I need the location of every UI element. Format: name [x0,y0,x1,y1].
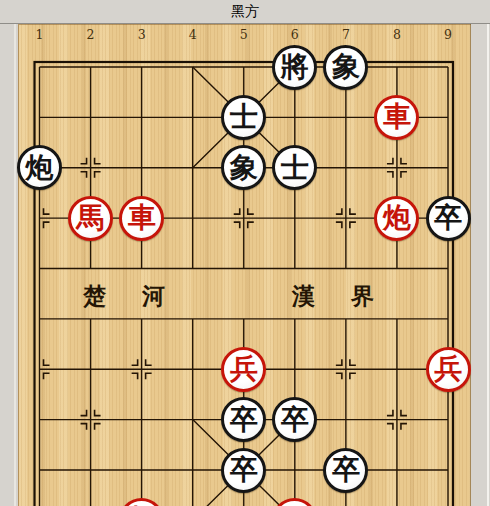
column-label-9: 9 [438,27,458,42]
piece-black-general[interactable]: 將 [272,45,317,90]
river-label-left: 楚 河 [83,281,179,312]
piece-red-chariot[interactable]: 車 [374,95,419,140]
column-label-8: 8 [387,27,407,42]
column-label-4: 4 [183,27,203,42]
piece-black-cannon[interactable]: 炮 [17,145,62,190]
piece-black-elephant[interactable]: 象 [323,45,368,90]
side-banner-black: 黑方 [0,0,490,24]
column-label-7: 7 [336,27,356,42]
xiangqi-app-window: 黑方 123456789 楚 河 漢 界 將象士車炮象士馬車炮卒兵兵卒卒卒卒相仕 [0,0,490,506]
column-label-6: 6 [285,27,305,42]
piece-red-soldier[interactable]: 兵 [221,347,266,392]
panel-left-bevel [14,24,16,506]
piece-black-soldier[interactable]: 卒 [426,196,471,241]
piece-black-soldier[interactable]: 卒 [221,448,266,493]
column-label-3: 3 [132,27,152,42]
piece-black-soldier[interactable]: 卒 [323,448,368,493]
piece-black-advisor[interactable]: 士 [221,95,266,140]
panel-right-bevel [487,24,489,506]
river-label-right: 漢 界 [292,281,388,312]
column-label-5: 5 [234,27,254,42]
piece-red-soldier[interactable]: 兵 [426,347,471,392]
piece-red-cannon[interactable]: 炮 [374,196,419,241]
column-label-1: 1 [30,27,50,42]
column-label-2: 2 [81,27,101,42]
piece-red-horse[interactable]: 馬 [68,196,113,241]
piece-red-chariot[interactable]: 車 [119,196,164,241]
black-side-label: 黑方 [231,3,259,21]
